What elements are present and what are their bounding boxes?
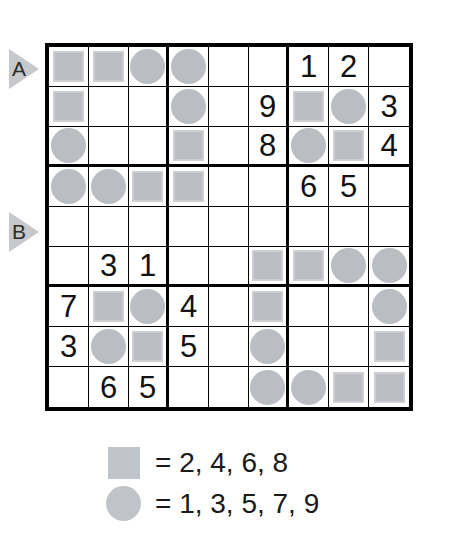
cell-r6c6[interactable] — [249, 247, 289, 287]
cell-r3c1[interactable] — [49, 127, 89, 167]
cell-r8c3[interactable] — [129, 327, 169, 367]
odd-circle-marker — [372, 289, 407, 324]
cell-r6c9[interactable] — [369, 247, 409, 287]
cell-r2c8[interactable] — [329, 87, 369, 127]
cell-r2c7[interactable] — [289, 87, 329, 127]
cell-r1c3[interactable] — [129, 47, 169, 87]
cell-r2c9[interactable]: 3 — [369, 87, 409, 127]
cell-r5c6[interactable] — [249, 207, 289, 247]
cell-r2c2[interactable] — [89, 87, 129, 127]
cell-r2c1[interactable] — [49, 87, 89, 127]
cell-r5c8[interactable] — [329, 207, 369, 247]
even-square-marker — [173, 130, 204, 161]
given-digit: 8 — [259, 130, 276, 161]
cell-r8c6[interactable] — [249, 327, 289, 367]
cell-r3c9[interactable]: 4 — [369, 127, 409, 167]
cell-r9c8[interactable] — [329, 367, 369, 407]
row-marker-a: A — [9, 49, 40, 89]
legend-odd-row: = 1, 3, 5, 7, 9 — [105, 483, 319, 524]
cell-r4c6[interactable] — [249, 167, 289, 207]
cell-r1c6[interactable] — [249, 47, 289, 87]
cell-r9c5[interactable] — [209, 367, 249, 407]
cell-r9c4[interactable] — [169, 367, 209, 407]
cell-r6c2[interactable]: 3 — [89, 247, 129, 287]
cell-r1c7[interactable]: 1 — [289, 47, 329, 87]
cell-r1c2[interactable] — [89, 47, 129, 87]
cell-r7c1[interactable]: 7 — [49, 287, 89, 327]
even-square-marker — [293, 91, 324, 122]
given-digit: 3 — [60, 331, 77, 362]
cell-r1c1[interactable] — [49, 47, 89, 87]
even-square-marker — [252, 250, 283, 281]
cell-r4c1[interactable] — [49, 167, 89, 207]
odd-circle-marker — [331, 248, 366, 283]
even-square-marker — [173, 171, 204, 202]
cell-r2c4[interactable] — [169, 87, 209, 127]
cell-r4c2[interactable] — [89, 167, 129, 207]
odd-circle-marker — [91, 169, 126, 204]
cell-r5c9[interactable] — [369, 207, 409, 247]
cell-r8c7[interactable] — [289, 327, 329, 367]
cell-r6c3[interactable]: 1 — [129, 247, 169, 287]
odd-circle-marker — [291, 370, 326, 405]
cell-r7c8[interactable] — [329, 287, 369, 327]
cell-r9c6[interactable] — [249, 367, 289, 407]
odd-circle-marker — [331, 89, 366, 124]
cell-r7c3[interactable] — [129, 287, 169, 327]
cell-r9c1[interactable] — [49, 367, 89, 407]
cell-r5c2[interactable] — [89, 207, 129, 247]
legend-even-row: = 2, 4, 6, 8 — [105, 442, 319, 483]
row-marker-b-label: B — [12, 212, 26, 252]
odd-circle-marker — [130, 49, 165, 84]
cell-r3c2[interactable] — [89, 127, 129, 167]
cell-r3c4[interactable] — [169, 127, 209, 167]
given-digit: 7 — [60, 291, 77, 322]
given-digit: 4 — [180, 291, 197, 322]
even-square-marker — [333, 372, 364, 403]
odd-circle-marker — [130, 289, 165, 324]
cell-r9c9[interactable] — [369, 367, 409, 407]
even-odd-sudoku-page: A B 1293846531743565 = 2, 4, 6, 8 = 1, 3… — [0, 0, 462, 553]
even-square-marker — [53, 51, 84, 82]
given-digit: 3 — [380, 91, 397, 122]
cell-r6c8[interactable] — [329, 247, 369, 287]
cell-r4c8[interactable]: 5 — [329, 167, 369, 207]
cell-r7c6[interactable] — [249, 287, 289, 327]
odd-circle-marker — [91, 329, 126, 364]
odd-circle-marker — [51, 169, 86, 204]
given-digit: 6 — [100, 372, 117, 403]
cell-r9c3[interactable]: 5 — [129, 367, 169, 407]
even-square-marker — [252, 291, 283, 322]
cell-r4c5[interactable] — [209, 167, 249, 207]
cell-r3c6[interactable]: 8 — [249, 127, 289, 167]
cell-r4c7[interactable]: 6 — [289, 167, 329, 207]
cell-r7c9[interactable] — [369, 287, 409, 327]
sudoku-board: 1293846531743565 — [45, 43, 413, 411]
legend-circle-icon — [106, 486, 141, 521]
even-square-marker — [374, 331, 405, 362]
cell-r2c6[interactable]: 9 — [249, 87, 289, 127]
cell-r8c1[interactable]: 3 — [49, 327, 89, 367]
legend-square-icon — [108, 447, 140, 479]
odd-circle-marker — [51, 128, 86, 163]
cell-r7c4[interactable]: 4 — [169, 287, 209, 327]
cell-r8c9[interactable] — [369, 327, 409, 367]
row-marker-b: B — [9, 212, 40, 252]
cell-r8c8[interactable] — [329, 327, 369, 367]
cell-r7c5[interactable] — [209, 287, 249, 327]
odd-circle-marker — [291, 128, 326, 163]
even-square-marker — [293, 250, 324, 281]
given-digit: 6 — [300, 171, 317, 202]
given-digit: 5 — [180, 331, 197, 362]
legend-circle-text: = 1, 3, 5, 7, 9 — [155, 488, 319, 520]
given-digit: 3 — [100, 250, 117, 281]
odd-circle-marker — [250, 329, 285, 364]
even-square-marker — [93, 291, 124, 322]
cell-r6c4[interactable] — [169, 247, 209, 287]
odd-circle-marker — [171, 89, 206, 124]
given-digit: 5 — [340, 171, 357, 202]
cell-r3c7[interactable] — [289, 127, 329, 167]
row-marker-a-label: A — [12, 49, 26, 89]
cell-r8c4[interactable]: 5 — [169, 327, 209, 367]
cell-r5c4[interactable] — [169, 207, 209, 247]
cell-r9c2[interactable]: 6 — [89, 367, 129, 407]
cell-r9c7[interactable] — [289, 367, 329, 407]
even-square-marker — [132, 331, 163, 362]
cell-r4c4[interactable] — [169, 167, 209, 207]
even-square-marker — [132, 171, 163, 202]
cell-r5c3[interactable] — [129, 207, 169, 247]
cell-r7c7[interactable] — [289, 287, 329, 327]
cell-r1c5[interactable] — [209, 47, 249, 87]
cell-r8c5[interactable] — [209, 327, 249, 367]
legend: = 2, 4, 6, 8 = 1, 3, 5, 7, 9 — [105, 442, 319, 524]
cell-r6c1[interactable] — [49, 247, 89, 287]
cell-r1c4[interactable] — [169, 47, 209, 87]
cell-r3c5[interactable] — [209, 127, 249, 167]
cell-r2c5[interactable] — [209, 87, 249, 127]
odd-circle-marker — [372, 248, 407, 283]
cell-r3c3[interactable] — [129, 127, 169, 167]
given-digit: 5 — [139, 372, 156, 403]
even-square-marker — [333, 130, 364, 161]
cell-r5c7[interactable] — [289, 207, 329, 247]
given-digit: 1 — [139, 250, 156, 281]
even-square-marker — [53, 91, 84, 122]
even-square-marker — [374, 372, 405, 403]
legend-square-text: = 2, 4, 6, 8 — [155, 447, 288, 479]
given-digit: 4 — [380, 130, 397, 161]
given-digit: 2 — [340, 51, 357, 82]
cell-r1c9[interactable] — [369, 47, 409, 87]
given-digit: 1 — [300, 51, 317, 82]
even-square-marker — [93, 51, 124, 82]
cell-r2c3[interactable] — [129, 87, 169, 127]
cell-r5c1[interactable] — [49, 207, 89, 247]
odd-circle-marker — [250, 370, 285, 405]
cell-r7c2[interactable] — [89, 287, 129, 327]
cell-r6c5[interactable] — [209, 247, 249, 287]
cell-r4c9[interactable] — [369, 167, 409, 207]
cell-r1c8[interactable]: 2 — [329, 47, 369, 87]
cell-r4c3[interactable] — [129, 167, 169, 207]
given-digit: 9 — [259, 91, 276, 122]
odd-circle-marker — [171, 49, 206, 84]
cell-r5c5[interactable] — [209, 207, 249, 247]
cell-r6c7[interactable] — [289, 247, 329, 287]
cell-r8c2[interactable] — [89, 327, 129, 367]
cell-r3c8[interactable] — [329, 127, 369, 167]
